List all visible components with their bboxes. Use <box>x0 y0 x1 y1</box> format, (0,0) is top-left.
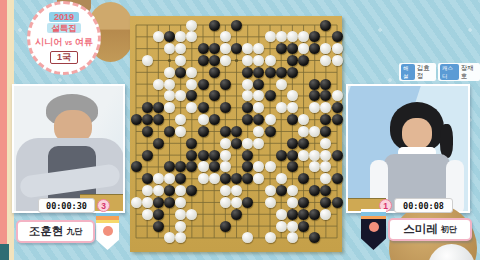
white-stone <box>287 197 298 208</box>
black-stone <box>242 67 253 78</box>
black-stone <box>309 79 320 90</box>
black-stone <box>332 31 343 42</box>
white-stone <box>242 138 253 149</box>
white-stone <box>276 79 287 90</box>
black-stone <box>287 43 298 54</box>
white-stone <box>164 67 175 78</box>
black-stone <box>209 67 220 78</box>
white-stone <box>265 197 276 208</box>
left-player-rank: 九단 <box>66 226 82 237</box>
black-stone <box>198 55 209 66</box>
white-stone <box>276 209 287 220</box>
white-stone <box>309 150 320 161</box>
white-stone <box>332 43 343 54</box>
white-stone <box>209 173 220 184</box>
white-stone <box>287 185 298 196</box>
right-player-video <box>346 84 470 213</box>
black-stone <box>153 114 164 125</box>
black-stone <box>220 126 231 137</box>
left-player-nameplate: 조훈현 九단 <box>16 220 95 243</box>
white-stone <box>265 161 276 172</box>
black-stone <box>298 209 309 220</box>
white-stone <box>198 114 209 125</box>
left-edge-stripe-pink <box>0 0 7 260</box>
broadcast-credits: 해설 김효정 캐스터 장재호 <box>399 63 480 81</box>
white-stone <box>332 55 343 66</box>
black-stone <box>220 221 231 232</box>
black-stone <box>276 67 287 78</box>
white-stone <box>142 209 153 220</box>
left-player-video <box>12 84 125 213</box>
black-stone <box>320 20 331 31</box>
black-stone <box>175 67 186 78</box>
black-stone <box>287 55 298 66</box>
commentator-name: 김효정 <box>417 64 434 80</box>
white-stone <box>142 185 153 196</box>
left-player-name: 조훈현 <box>29 224 64 239</box>
left-byoyomi-count: 3 <box>97 199 110 212</box>
broadcast-screen: 2019 설특집 시니어 vs 여류 1국 해설 김효정 <box>0 0 480 260</box>
mic-icon: 해설 <box>401 64 415 80</box>
black-stone <box>231 209 242 220</box>
black-stone <box>287 209 298 220</box>
black-stone <box>198 43 209 54</box>
black-stone <box>198 102 209 113</box>
right-player-rank: 初단 <box>441 224 457 235</box>
white-stone <box>220 55 231 66</box>
black-stone <box>142 114 153 125</box>
event-special: 설특집 <box>47 23 81 33</box>
black-stone <box>332 150 343 161</box>
black-stone <box>131 114 142 125</box>
left-medal-ribbon-icon <box>96 213 119 250</box>
tv-icon: 캐스터 <box>440 64 459 80</box>
credit-commentator: 해설 김효정 <box>399 63 436 81</box>
black-stone <box>231 126 242 137</box>
black-stone <box>153 221 164 232</box>
white-stone <box>186 20 197 31</box>
white-stone <box>276 173 287 184</box>
white-stone <box>142 197 153 208</box>
black-stone <box>265 90 276 101</box>
right-player-name: 스미레 <box>403 222 438 237</box>
black-stone <box>231 138 242 149</box>
black-stone <box>276 185 287 196</box>
match-right-team: 여류 <box>75 37 93 47</box>
white-stone <box>153 79 164 90</box>
credit-caster: 캐스터 장재호 <box>438 63 480 81</box>
go-board <box>130 16 342 252</box>
white-stone <box>231 197 242 208</box>
white-stone <box>164 79 175 90</box>
black-stone <box>298 221 309 232</box>
event-match-title: 시니어 vs 여류 <box>35 36 92 49</box>
white-stone <box>220 197 231 208</box>
event-year: 2019 <box>49 12 79 22</box>
black-stone <box>320 79 331 90</box>
black-stone <box>287 138 298 149</box>
white-stone <box>220 43 231 54</box>
black-stone <box>198 126 209 137</box>
black-stone <box>164 197 175 208</box>
black-stone <box>242 150 253 161</box>
white-stone <box>332 90 343 101</box>
white-stone <box>265 55 276 66</box>
black-stone <box>153 138 164 149</box>
black-stone <box>309 209 320 220</box>
black-stone <box>276 43 287 54</box>
right-player-nameplate: 스미레 初단 <box>388 218 472 241</box>
black-stone <box>298 55 309 66</box>
black-stone <box>164 126 175 137</box>
black-stone <box>198 150 209 161</box>
caster-name: 장재호 <box>461 64 478 80</box>
black-stone <box>142 102 153 113</box>
black-stone <box>287 150 298 161</box>
game-number-label: 1국 <box>50 51 78 64</box>
black-stone <box>332 197 343 208</box>
black-stone <box>209 20 220 31</box>
left-clock-time: 00:00:30 <box>46 201 87 211</box>
white-stone <box>276 31 287 42</box>
black-stone <box>332 102 343 113</box>
black-stone <box>209 150 220 161</box>
white-stone <box>142 55 153 66</box>
white-stone <box>186 79 197 90</box>
right-player-clock: 00:00:08 <box>394 198 453 213</box>
black-stone <box>298 138 309 149</box>
white-stone <box>320 150 331 161</box>
black-stone <box>276 150 287 161</box>
black-stone <box>220 79 231 90</box>
black-stone <box>131 161 142 172</box>
right-medal-ribbon-icon <box>361 209 386 250</box>
white-stone <box>175 221 186 232</box>
black-stone <box>287 114 298 125</box>
white-stone <box>198 161 209 172</box>
white-stone <box>265 185 276 196</box>
black-stone <box>198 79 209 90</box>
black-stone <box>253 79 264 90</box>
white-stone <box>265 31 276 42</box>
white-stone <box>153 185 164 196</box>
white-stone <box>298 150 309 161</box>
event-badge: 2019 설특집 시니어 vs 여류 1국 <box>27 1 101 75</box>
black-stone <box>265 126 276 137</box>
white-stone <box>242 79 253 90</box>
white-stone <box>175 209 186 220</box>
black-stone <box>298 197 309 208</box>
black-stone <box>209 114 220 125</box>
white-stone <box>265 232 276 243</box>
white-stone <box>220 185 231 196</box>
black-stone <box>287 67 298 78</box>
white-stone <box>276 221 287 232</box>
black-stone <box>209 55 220 66</box>
black-stone <box>332 114 343 125</box>
right-player-face <box>402 118 432 149</box>
right-clock-time: 00:00:08 <box>403 201 444 211</box>
black-stone <box>186 150 197 161</box>
black-stone <box>142 126 153 137</box>
white-stone <box>220 150 231 161</box>
black-stone <box>332 173 343 184</box>
white-stone <box>131 197 142 208</box>
white-stone <box>276 102 287 113</box>
left-bottom-teal-block <box>0 244 9 260</box>
white-stone <box>287 221 298 232</box>
match-left-team: 시니어 <box>35 37 62 47</box>
black-stone <box>153 197 164 208</box>
right-player-ponytail <box>440 124 453 158</box>
left-player-clock: 00:00:30 <box>38 198 95 213</box>
black-stone <box>153 209 164 220</box>
white-stone <box>298 126 309 137</box>
white-stone <box>265 114 276 125</box>
black-stone <box>209 43 220 54</box>
black-stone <box>142 173 153 184</box>
vs-label: vs <box>65 39 72 46</box>
black-stone <box>265 67 276 78</box>
black-stone <box>142 150 153 161</box>
black-stone <box>231 20 242 31</box>
white-stone <box>220 138 231 149</box>
white-stone <box>198 173 209 184</box>
